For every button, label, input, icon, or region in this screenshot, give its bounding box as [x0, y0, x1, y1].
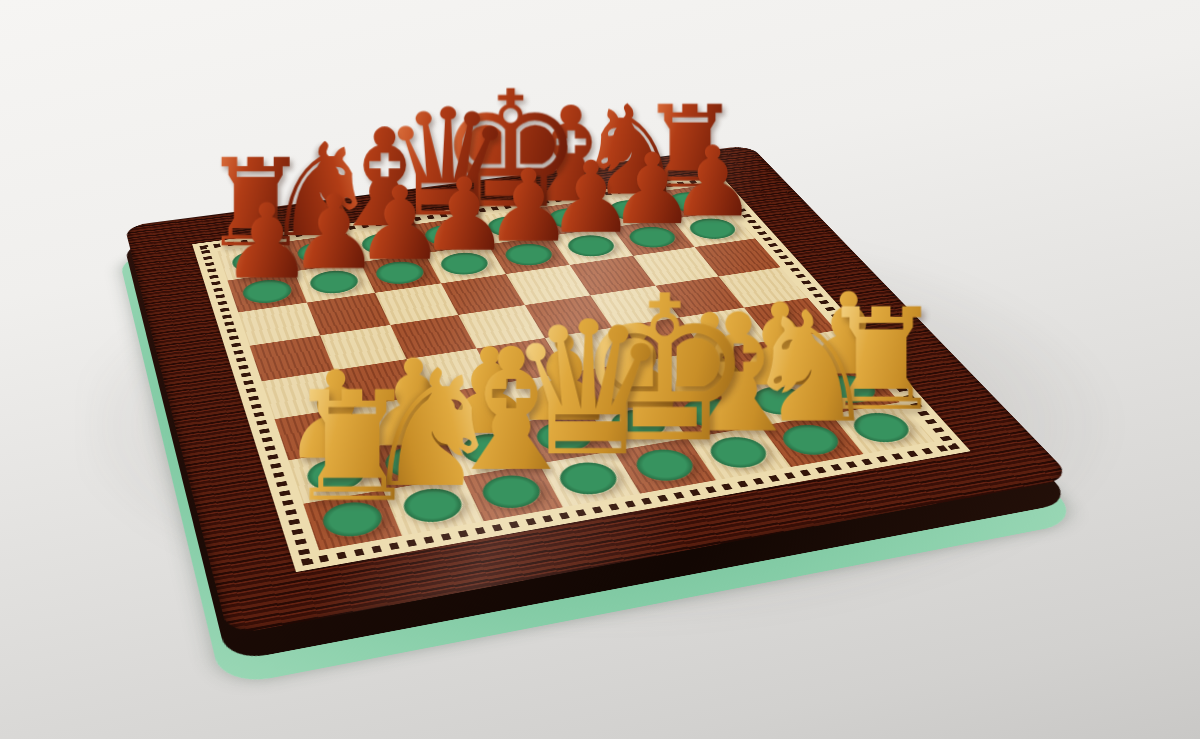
rook-glyph: ♜: [284, 376, 420, 520]
photo-background: ♜♞♝♛♚♝♞♜♟♟♟♟♟♟♟♟♟♟♟♟♟♟♟♟♜♞♝♛♚♝♞♜: [0, 0, 1200, 739]
piece-natural-rook-a1[interactable]: ♜: [253, 368, 451, 520]
